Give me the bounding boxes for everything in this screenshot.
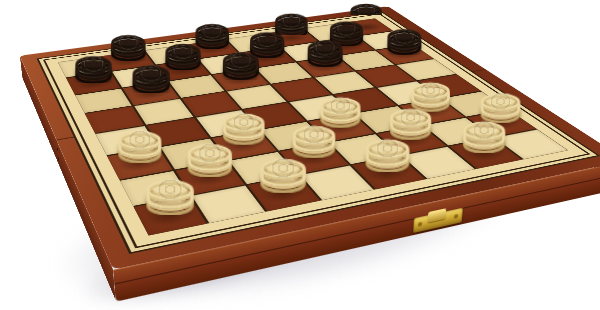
- draughts-man-glyph: ⛂: [301, 29, 349, 68]
- draughts-man-glyph: ⛂: [125, 54, 176, 95]
- light-piece-g1[interactable]: ⛂: [455, 99, 513, 155]
- draughts-man-glyph: ⛂: [381, 18, 427, 56]
- dark-piece-a7[interactable]: ⛂: [69, 37, 119, 85]
- dark-piece-b6[interactable]: ⛂: [125, 46, 176, 95]
- dark-piece-h6[interactable]: ⛂: [381, 12, 427, 57]
- light-piece-e1[interactable]: ⛂: [358, 116, 418, 174]
- photo-stage: ⛂⛂⛂⛂⛂⛂⛂⛂⛂⛂⛂⛂⛂⛂⛂⛂⛂⛂⛂⛂⛂⛂⛂⛂: [0, 0, 600, 310]
- dark-piece-f6[interactable]: ⛂: [301, 22, 349, 68]
- light-piece-a1[interactable]: ⛂: [138, 155, 203, 218]
- scene-3d: ⛂⛂⛂⛂⛂⛂⛂⛂⛂⛂⛂⛂⛂⛂⛂⛂⛂⛂⛂⛂⛂⛂⛂⛂: [0, 0, 600, 310]
- draughts-man-glyph: ⛂: [69, 44, 119, 84]
- light-piece-c1[interactable]: ⛂: [252, 135, 315, 195]
- draughts-man-glyph: ⛂: [455, 108, 513, 155]
- draughts-man-glyph: ⛂: [358, 125, 418, 174]
- fold-seam-side: [56, 140, 59, 167]
- draughts-man-glyph: ⛂: [252, 144, 315, 195]
- dark-piece-d6[interactable]: ⛂: [216, 34, 265, 82]
- brass-latch: [414, 208, 464, 233]
- draughts-man-glyph: ⛂: [216, 41, 265, 81]
- checkers-board: ⛂⛂⛂⛂⛂⛂⛂⛂⛂⛂⛂⛂⛂⛂⛂⛂⛂⛂⛂⛂⛂⛂⛂⛂: [20, 6, 600, 269]
- draughts-man-glyph: ⛂: [138, 164, 203, 217]
